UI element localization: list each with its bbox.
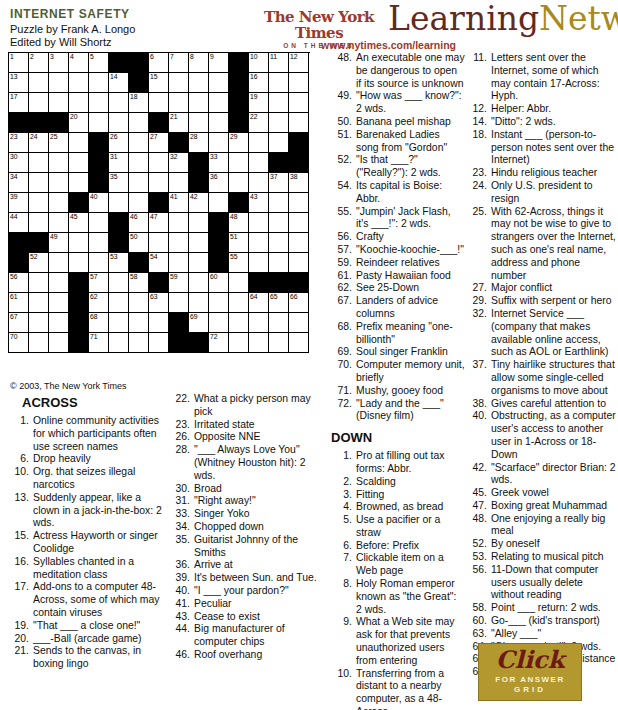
- grid-cell-r3c15: [289, 93, 309, 113]
- clue-across-52: 52."Is that ___?" ("Really?"): 2 wds.: [331, 154, 465, 180]
- cell-number: 25: [50, 133, 58, 141]
- black-square: [129, 73, 149, 93]
- clue-down-7: 7.Clickable item on a Web page: [331, 552, 465, 578]
- grid-cell-r1c4: 4: [69, 53, 89, 73]
- clue-text: "Jumpin' Jack Flash, it's ___!": 2 wds.: [356, 206, 465, 232]
- clue-number: 55.: [331, 206, 356, 232]
- clue-across-13: 13.Suddenly appear, like a clown in a ja…: [8, 492, 165, 530]
- grid-cell-r13c15: 66: [289, 293, 309, 313]
- cell-number: 69: [190, 313, 198, 321]
- clue-number: 19.: [8, 620, 33, 633]
- clue-number: 5.: [331, 514, 356, 540]
- clue-down-11: 11.Letters sent over the Internet, some …: [466, 52, 616, 103]
- grid-cell-r13c6: [109, 293, 129, 313]
- cell-number: 64: [250, 293, 258, 301]
- grid-cell-r13c10: [189, 293, 209, 313]
- grid-cell-r8c15: [289, 193, 309, 213]
- across-clues-column-1: ACROSS 1.Online community activities for…: [8, 395, 165, 671]
- clue-across-31: 31."Right away!": [169, 495, 318, 508]
- grid-cell-r14c15: [289, 313, 309, 333]
- clue-down-56: 56.11-Down that computer users usually d…: [466, 564, 616, 602]
- grid-cell-r4c11: [209, 113, 229, 133]
- clue-across-67: 67.Landers of advice columns: [331, 295, 465, 321]
- clue-number: 22.: [169, 393, 194, 419]
- clue-text: Irritated state: [194, 419, 318, 432]
- cell-number: 72: [210, 333, 218, 341]
- clue-down-42: 42."Scarface" director Brian: 2 wds.: [466, 462, 616, 488]
- black-square: [69, 193, 89, 213]
- clue-text: Suddenly appear, like a clown in a jack-…: [33, 492, 165, 530]
- clue-text: Computer memory unit, briefly: [356, 359, 465, 385]
- clue-number: 27.: [466, 282, 491, 295]
- grid-cell-r6c8: [149, 153, 169, 173]
- cell-number: 32: [170, 153, 178, 161]
- cell-number: 49: [50, 233, 58, 241]
- clue-text: "___ Always Love You" (Whitney Houston h…: [194, 444, 318, 482]
- clue-text: Chopped down: [194, 521, 318, 534]
- clue-number: 26.: [169, 431, 194, 444]
- grid-cell-r13c13: 64: [249, 293, 269, 313]
- grid-cell-r14c10: 69: [189, 313, 209, 333]
- down-clues-1-10: 1.Pro at filling out tax forms: Abbr.2.S…: [331, 450, 465, 710]
- black-square: [189, 153, 209, 173]
- clue-down-38: 38.Gives careful attention to: [466, 398, 616, 411]
- clue-text: Soul singer Franklin: [356, 346, 465, 359]
- clue-text: One enjoying a really big meal: [491, 513, 616, 539]
- cell-number: 9: [210, 53, 214, 61]
- grid-cell-r1c3: 3: [49, 53, 69, 73]
- grid-cell-r10c5: [89, 233, 109, 253]
- clue-text: "Scarface" director Brian: 2 wds.: [491, 462, 616, 488]
- grid-cell-r13c14: 65: [269, 293, 289, 313]
- clue-number: 58.: [466, 602, 491, 615]
- grid-cell-r9c12: 48: [229, 213, 249, 233]
- grid-cell-r11c2: 52: [29, 253, 49, 273]
- black-square: [149, 193, 169, 213]
- clue-text: Banana peel mishap: [356, 116, 465, 129]
- clue-across-41: 41.Peculiar: [169, 598, 318, 611]
- cell-number: 31: [110, 153, 118, 161]
- clue-text: ___-Ball (arcade game): [33, 633, 165, 646]
- clue-text: Mushy, gooey food: [356, 385, 465, 398]
- grid-cell-r3c13: 19: [249, 93, 269, 113]
- clue-number: 52.: [331, 154, 356, 180]
- black-square: [189, 333, 209, 353]
- black-square: [169, 133, 189, 153]
- clue-text: With 62-Across, things it may not be wis…: [491, 206, 616, 283]
- cell-number: 46: [130, 213, 138, 221]
- grid-cell-r5c8: 27: [149, 133, 169, 153]
- clue-number: 42.: [466, 462, 491, 488]
- clue-across-70: 70.Computer memory unit, briefly: [331, 359, 465, 385]
- cell-number: 13: [10, 73, 18, 81]
- answer-grid-button[interactable]: Click FOR ANSWER GRID: [478, 643, 582, 701]
- black-square: [9, 113, 29, 133]
- grid-cell-r11c12: 55: [229, 253, 249, 273]
- clue-text: Holy Roman emperor known as "the Great":…: [356, 578, 465, 616]
- cell-number: 29: [230, 133, 238, 141]
- clue-across-22: 22.What a picky person may pick: [169, 393, 318, 419]
- grid-cell-r7c12: [229, 173, 249, 193]
- grid-cell-r4c14: [269, 113, 289, 133]
- cell-number: 24: [30, 133, 38, 141]
- clue-text: Peculiar: [194, 598, 318, 611]
- black-square: [29, 233, 49, 253]
- grid-cell-r14c5: 68: [89, 313, 109, 333]
- grid-cell-r12c11: 60: [209, 273, 229, 293]
- grid-cell-r4c15: [289, 113, 309, 133]
- cell-number: 67: [10, 313, 18, 321]
- grid-cell-r11c4: [69, 253, 89, 273]
- clue-number: 37.: [466, 359, 491, 397]
- clue-text: It's between Sun. and Tue.: [194, 572, 318, 585]
- across-clues-22-46: 22.What a picky person may pick23.Irrita…: [169, 393, 318, 662]
- clue-text: "Is that ___?" ("Really?"): 2 wds.: [356, 154, 465, 180]
- cell-number: 44: [10, 213, 18, 221]
- grid-cell-r6c7: [129, 153, 149, 173]
- cell-number: 58: [130, 273, 138, 281]
- clue-across-54: 54.Its capital is Boise: Abbr.: [331, 180, 465, 206]
- clue-text: "That ___ a close one!": [33, 620, 165, 633]
- clue-text: By oneself: [491, 538, 616, 551]
- grid-cell-r3c14: [269, 93, 289, 113]
- cell-number: 45: [70, 213, 78, 221]
- clue-number: 71.: [331, 385, 356, 398]
- clue-text: Boxing great Muhammad: [491, 500, 616, 513]
- grid-cell-r1c15: 12: [289, 53, 309, 73]
- grid-cell-r10c13: [249, 233, 269, 253]
- clue-number: 50.: [331, 116, 356, 129]
- grid-cell-r11c10: [189, 253, 209, 273]
- answer-box-for-answer-label: FOR ANSWER: [479, 675, 581, 684]
- grid-cell-r8c1: 39: [9, 193, 29, 213]
- clue-number: 72.: [331, 398, 356, 424]
- clue-down-29: 29.Suffix with serpent or hero: [466, 295, 616, 308]
- grid-cell-r9c10: [189, 213, 209, 233]
- cell-number: 22: [250, 113, 258, 121]
- grid-cell-r12c7: 58: [129, 273, 149, 293]
- grid-cell-r2c2: [29, 73, 49, 93]
- grid-cell-r9c1: 44: [9, 213, 29, 233]
- clue-text: An executable one may be dangerous to op…: [356, 52, 465, 90]
- clue-number: 60.: [466, 615, 491, 628]
- grid-cell-r3c3: [49, 93, 69, 113]
- cell-number: 36: [210, 173, 218, 181]
- clue-number: 36.: [169, 559, 194, 572]
- black-square: [109, 53, 129, 73]
- grid-cell-r9c4: 45: [69, 213, 89, 233]
- clue-text: Scalding: [356, 476, 465, 489]
- clue-number: 1.: [331, 450, 356, 476]
- grid-cell-r15c11: 72: [209, 333, 229, 353]
- clue-across-55: 55."Jumpin' Jack Flash, it's ___!": 2 wd…: [331, 206, 465, 232]
- grid-cell-r1c13: 10: [249, 53, 269, 73]
- cell-number: 56: [10, 273, 18, 281]
- clue-across-17: 17.Add-ons to a computer 48-Across, some…: [8, 581, 165, 619]
- clue-text: Before: Prefix: [356, 540, 465, 553]
- black-square: [89, 153, 109, 173]
- black-square: [149, 273, 169, 293]
- grid-cell-r15c14: [269, 333, 289, 353]
- clue-across-50: 50.Banana peel mishap: [331, 116, 465, 129]
- grid-cell-r14c6: [109, 313, 129, 333]
- clue-across-68: 68.Prefix meaning "one-billionth": [331, 321, 465, 347]
- grid-cell-r8c7: [129, 193, 149, 213]
- clue-text: Tiny hairlike structures that allow some…: [491, 359, 616, 397]
- cell-number: 18: [130, 93, 138, 101]
- clue-text: Letters sent over the Internet, some of …: [491, 52, 616, 103]
- clue-number: 11.: [466, 52, 491, 103]
- grid-cell-r11c13: [249, 253, 269, 273]
- cell-number: 15: [150, 73, 158, 81]
- grid-cell-r1c11: 9: [209, 53, 229, 73]
- black-square: [9, 233, 29, 253]
- cell-number: 57: [90, 273, 98, 281]
- grid-cell-r2c13: 16: [249, 73, 269, 93]
- clue-down-58: 58.Point ___ return: 2 wds.: [466, 602, 616, 615]
- grid-cell-r11c9: [169, 253, 189, 273]
- clue-down-14: 14."Ditto": 2 wds.: [466, 116, 616, 129]
- clue-text: Crafty: [356, 231, 465, 244]
- grid-cell-r3c10: [189, 93, 209, 113]
- clue-text: Browned, as bread: [356, 501, 465, 514]
- black-square: [129, 253, 149, 273]
- clue-across-43: 43.Cease to exist: [169, 611, 318, 624]
- clue-number: 62.: [331, 282, 356, 295]
- grid-cell-r11c3: [49, 253, 69, 273]
- cell-number: 35: [110, 173, 118, 181]
- grid-cell-r3c2: [29, 93, 49, 113]
- clue-number: 68.: [331, 321, 356, 347]
- grid-cell-r15c2: [29, 333, 49, 353]
- grid-cell-r1c10: 8: [189, 53, 209, 73]
- clue-across-40: 40."I ___ your pardon?": [169, 585, 318, 598]
- clue-number: 16.: [8, 556, 33, 582]
- clue-across-1: 1.Online community activities for which …: [8, 415, 165, 453]
- grid-cell-r5c11: [209, 133, 229, 153]
- grid-cell-r7c14: 37: [269, 173, 289, 193]
- cell-number: 51: [230, 233, 238, 241]
- cell-number: 55: [230, 253, 238, 261]
- black-square: [89, 173, 109, 193]
- cell-number: 21: [170, 113, 178, 121]
- clue-number: 17.: [8, 581, 33, 619]
- clue-text: "How was ___ know?": 2 wds.: [356, 90, 465, 116]
- clue-text: What a Web site may ask for that prevent…: [356, 616, 465, 667]
- black-square: [69, 293, 89, 313]
- grid-cell-r3c4: [69, 93, 89, 113]
- grid-cell-r15c6: [109, 333, 129, 353]
- clue-text: Landers of advice columns: [356, 295, 465, 321]
- clue-number: 47.: [466, 500, 491, 513]
- cell-number: 62: [90, 293, 98, 301]
- grid-cell-r2c11: [209, 73, 229, 93]
- cell-number: 17: [10, 93, 18, 101]
- grid-cell-r13c2: [29, 293, 49, 313]
- clue-text: Drop heavily: [33, 453, 165, 466]
- clue-text: Actress Hayworth or singer Coolidge: [33, 530, 165, 556]
- grid-cell-r14c7: [129, 313, 149, 333]
- clue-across-56: 56.Crafty: [331, 231, 465, 244]
- cell-number: 16: [250, 73, 258, 81]
- clue-number: 69.: [331, 346, 356, 359]
- clue-number: 49.: [331, 90, 356, 116]
- grid-cell-r14c11: [209, 313, 229, 333]
- clue-text: Prefix meaning "one-billionth": [356, 321, 465, 347]
- grid-cell-r2c15: [289, 73, 309, 93]
- grid-cell-r7c13: [249, 173, 269, 193]
- cell-number: 20: [70, 113, 78, 121]
- down-clues-11-66: 11.Letters sent over the Internet, some …: [466, 52, 616, 679]
- grid-cell-r15c7: [129, 333, 149, 353]
- grid-cell-r15c15: [289, 333, 309, 353]
- logo-network: Network: [539, 0, 618, 38]
- grid-cell-r6c1: 30: [9, 153, 29, 173]
- clue-number: 70.: [331, 359, 356, 385]
- cell-number: 5: [90, 53, 94, 61]
- cell-number: 71: [90, 333, 98, 341]
- grid-cell-r12c12: [229, 273, 249, 293]
- grid-cell-r10c14: [269, 233, 289, 253]
- clue-number: 4.: [331, 501, 356, 514]
- clue-text: Arrive at: [194, 559, 318, 572]
- clue-text: Pasty Hawaiian food: [356, 270, 465, 283]
- black-square: [169, 333, 189, 353]
- grid-cell-r7c9: [169, 173, 189, 193]
- grid-cell-r7c2: [29, 173, 49, 193]
- black-square: [69, 273, 89, 293]
- clue-text: Cease to exist: [194, 611, 318, 624]
- clue-across-10: 10.Org. that seizes illegal narcotics: [8, 466, 165, 492]
- grid-cell-r2c10: [189, 73, 209, 93]
- clue-number: 40.: [466, 410, 491, 461]
- clue-down-8: 8.Holy Roman emperor known as "the Great…: [331, 578, 465, 616]
- clue-number: 20.: [8, 633, 33, 646]
- black-square: [129, 53, 149, 73]
- grid-cell-r5c12: 29: [229, 133, 249, 153]
- answer-box-click-label: Click: [479, 646, 581, 674]
- cell-number: 19: [250, 93, 258, 101]
- grid-cell-r2c1: 13: [9, 73, 29, 93]
- grid-cell-r3c1: 17: [9, 93, 29, 113]
- clue-number: 1.: [8, 415, 33, 453]
- cell-number: 59: [170, 273, 178, 281]
- clue-number: 45.: [466, 487, 491, 500]
- clue-down-18: 18.Instant ___ (person-to-person notes s…: [466, 129, 616, 167]
- cell-number: 60: [210, 273, 218, 281]
- clue-number: 25.: [466, 206, 491, 283]
- clue-text: Point ___ return: 2 wds.: [491, 602, 616, 615]
- black-square: [229, 73, 249, 93]
- grid-cell-r2c5: [89, 73, 109, 93]
- clue-number: 18.: [466, 129, 491, 167]
- clue-down-32: 32.Internet Service ___ (company that ma…: [466, 308, 616, 359]
- clue-down-48: 48.One enjoying a really big meal: [466, 513, 616, 539]
- grid-cell-r12c3: [49, 273, 69, 293]
- clue-number: 30.: [169, 483, 194, 496]
- black-square: [229, 93, 249, 113]
- clue-down-5: 5.Use a pacifier or a straw: [331, 514, 465, 540]
- grid-cell-r4c4: 20: [69, 113, 89, 133]
- clue-number: 40.: [169, 585, 194, 598]
- clue-across-61: 61.Pasty Hawaiian food: [331, 270, 465, 283]
- clue-across-62: 62.See 25-Down: [331, 282, 465, 295]
- grid-cell-r7c11: 36: [209, 173, 229, 193]
- grid-cell-r2c9: [169, 73, 189, 93]
- grid-cell-r8c14: [269, 193, 289, 213]
- cell-number: 34: [10, 173, 18, 181]
- clue-text: Greek vowel: [491, 487, 616, 500]
- grid-cell-r14c2: [29, 313, 49, 333]
- black-square: [69, 333, 89, 353]
- clue-down-45: 45.Greek vowel: [466, 487, 616, 500]
- clues-column-3: 48.An executable one may be dangerous to…: [331, 52, 465, 710]
- grid-cell-r7c3: [49, 173, 69, 193]
- grid-cell-r3c8: [149, 93, 169, 113]
- clue-down-47: 47.Boxing great Muhammad: [466, 500, 616, 513]
- cell-number: 39: [10, 193, 18, 201]
- clue-number: 57.: [331, 244, 356, 257]
- clue-number: 43.: [169, 611, 194, 624]
- clue-text: Add-ons to a computer 48-Across, some of…: [33, 581, 165, 619]
- black-square: [109, 213, 129, 233]
- black-square: [289, 133, 309, 153]
- clue-text: Its capital is Boise: Abbr.: [356, 180, 465, 206]
- grid-cell-r8c11: [209, 193, 229, 213]
- clue-text: Broad: [194, 483, 318, 496]
- grid-cell-r2c4: [69, 73, 89, 93]
- clue-across-69: 69.Soul singer Franklin: [331, 346, 465, 359]
- grid-cell-r6c6: 31: [109, 153, 129, 173]
- clue-text: Instant ___ (person-to-person notes sent…: [491, 129, 616, 167]
- clue-down-60: 60.Go-___ (kid's transport): [466, 615, 616, 628]
- clue-down-2: 2.Scalding: [331, 476, 465, 489]
- grid-cell-r1c2: 2: [29, 53, 49, 73]
- across-clues-column-2: 22.What a picky person may pick23.Irrita…: [169, 393, 318, 662]
- site-url-link[interactable]: www.nytimes.com/learning: [300, 39, 456, 51]
- grid-cell-r14c3: [49, 313, 69, 333]
- cell-number: 48: [230, 213, 238, 221]
- clue-across-39: 39.It's between Sun. and Tue.: [169, 572, 318, 585]
- grid-cell-r5c10: 28: [189, 133, 209, 153]
- clue-across-19: 19."That ___ a close one!": [8, 620, 165, 633]
- clue-text: See 25-Down: [356, 282, 465, 295]
- black-square: [229, 113, 249, 133]
- clue-number: 56.: [331, 231, 356, 244]
- puzzle-title: INTERNET SAFETY: [10, 7, 130, 21]
- grid-cell-r4c10: [189, 113, 209, 133]
- clue-number: 13.: [8, 492, 33, 530]
- grid-cell-r10c10: [189, 233, 209, 253]
- cell-number: 53: [110, 253, 118, 261]
- grid-cell-r14c14: [269, 313, 289, 333]
- clue-number: 23.: [466, 167, 491, 180]
- grid-cell-r10c3: 49: [49, 233, 69, 253]
- cell-number: 1: [10, 53, 14, 61]
- clue-across-20: 20.___-Ball (arcade game): [8, 633, 165, 646]
- grid-cell-r15c12: [229, 333, 249, 353]
- grid-cell-r9c8: 47: [149, 213, 169, 233]
- grid-cell-r12c1: 56: [9, 273, 29, 293]
- clue-across-48: 48.An executable one may be dangerous to…: [331, 52, 465, 90]
- clue-down-12: 12.Helper: Abbr.: [466, 103, 616, 116]
- grid-cell-r3c7: 18: [129, 93, 149, 113]
- clue-number: 10.: [8, 466, 33, 492]
- cell-number: 3: [50, 53, 54, 61]
- grid-cell-r2c6: 14: [109, 73, 129, 93]
- across-clues-48-72: 48.An executable one may be dangerous to…: [331, 52, 465, 423]
- grid-cell-r7c1: 34: [9, 173, 29, 193]
